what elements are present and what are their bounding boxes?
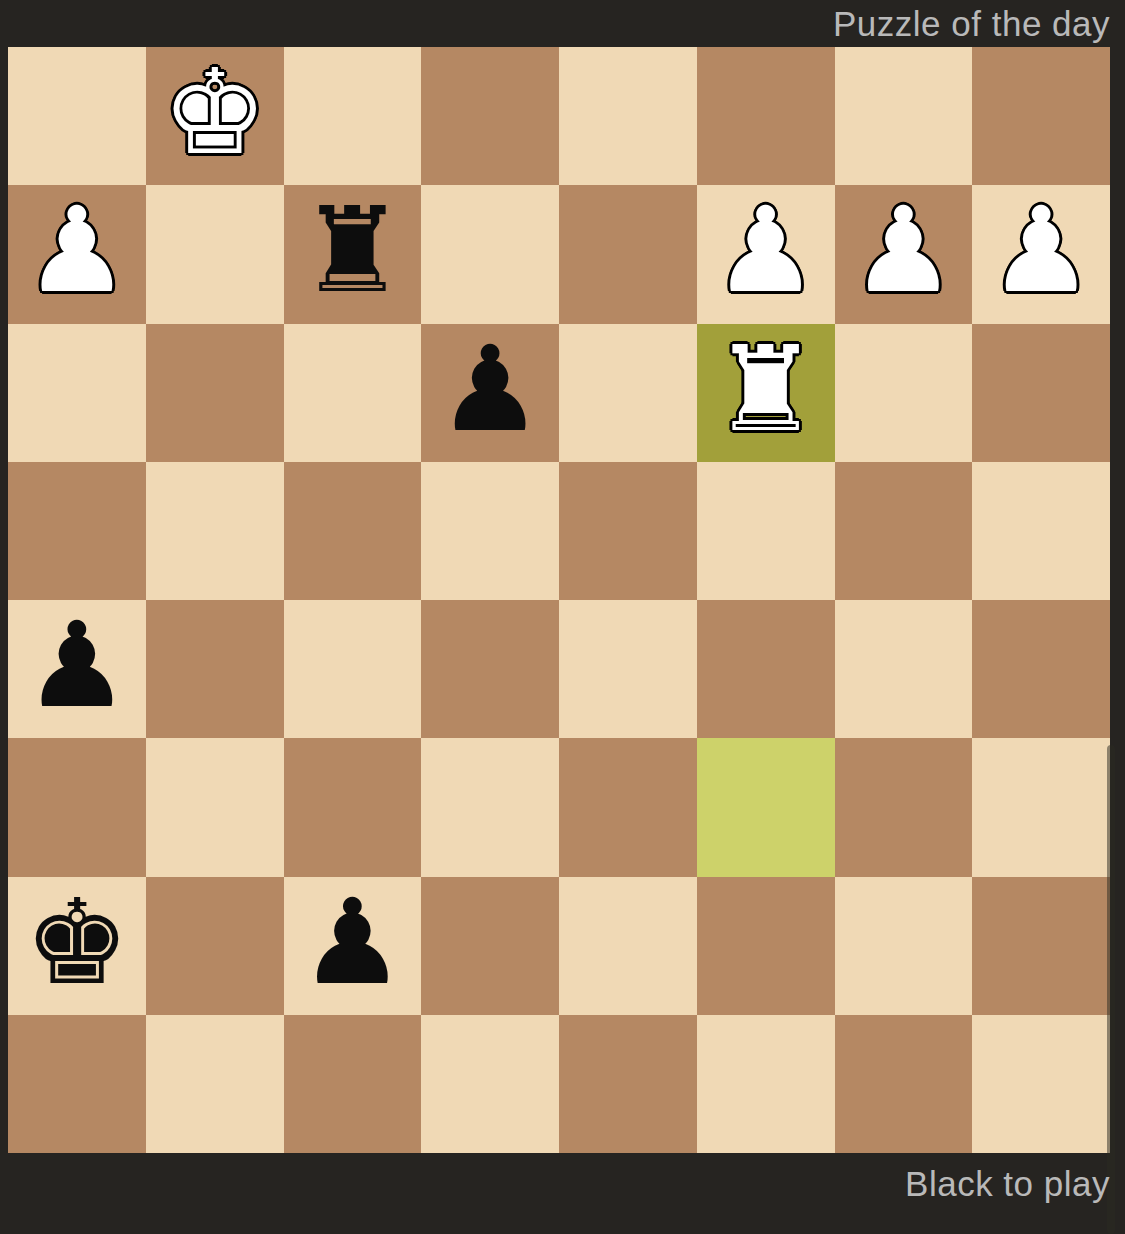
square-a7[interactable]	[972, 877, 1110, 1015]
piece-white-pawn-b2[interactable]: ♟	[850, 191, 956, 309]
piece-white-pawn-a2[interactable]: ♟	[988, 191, 1094, 309]
square-c5[interactable]	[697, 600, 835, 738]
piece-black-pawn-f7[interactable]: ♟	[299, 883, 405, 1001]
square-a5[interactable]	[972, 600, 1110, 738]
square-b5[interactable]	[835, 600, 973, 738]
square-d5[interactable]	[559, 600, 697, 738]
square-e2[interactable]	[421, 185, 559, 323]
piece-white-king-g1[interactable]: ♚	[162, 53, 268, 171]
status-bar: Black to play	[0, 1155, 1110, 1213]
square-d1[interactable]	[559, 47, 697, 185]
square-e5[interactable]	[421, 600, 559, 738]
square-d6[interactable]	[559, 738, 697, 876]
square-e6[interactable]	[421, 738, 559, 876]
square-g5[interactable]	[146, 600, 284, 738]
square-f7[interactable]: ♟	[284, 877, 422, 1015]
square-f1[interactable]	[284, 47, 422, 185]
square-d8[interactable]	[559, 1015, 697, 1153]
square-g3[interactable]	[146, 324, 284, 462]
square-d7[interactable]	[559, 877, 697, 1015]
piece-white-pawn-h2[interactable]: ♟	[24, 191, 130, 309]
square-a8[interactable]	[972, 1015, 1110, 1153]
square-f2[interactable]: ♜	[284, 185, 422, 323]
square-a1[interactable]	[972, 47, 1110, 185]
square-b2[interactable]: ♟	[835, 185, 973, 323]
square-c1[interactable]	[697, 47, 835, 185]
square-a4[interactable]	[972, 462, 1110, 600]
square-b3[interactable]	[835, 324, 973, 462]
square-h5[interactable]: ♟	[8, 600, 146, 738]
square-f5[interactable]	[284, 600, 422, 738]
square-g8[interactable]	[146, 1015, 284, 1153]
square-f4[interactable]	[284, 462, 422, 600]
puzzle-title: Puzzle of the day	[833, 4, 1110, 44]
piece-black-pawn-e3[interactable]: ♟	[437, 330, 543, 448]
square-e8[interactable]	[421, 1015, 559, 1153]
square-h6[interactable]	[8, 738, 146, 876]
piece-black-rook-f2[interactable]: ♜	[299, 191, 405, 309]
square-e1[interactable]	[421, 47, 559, 185]
piece-black-pawn-h5[interactable]: ♟	[24, 606, 130, 724]
square-c8[interactable]	[697, 1015, 835, 1153]
square-b4[interactable]	[835, 462, 973, 600]
square-c2[interactable]: ♟	[697, 185, 835, 323]
square-h8[interactable]	[8, 1015, 146, 1153]
square-e7[interactable]	[421, 877, 559, 1015]
puzzle-header: Puzzle of the day	[0, 0, 1110, 47]
square-b6[interactable]	[835, 738, 973, 876]
piece-black-king-h7[interactable]: ♚	[24, 883, 130, 1001]
square-a3[interactable]	[972, 324, 1110, 462]
square-e4[interactable]	[421, 462, 559, 600]
square-g6[interactable]	[146, 738, 284, 876]
square-g1[interactable]: ♚	[146, 47, 284, 185]
square-h4[interactable]	[8, 462, 146, 600]
square-g2[interactable]	[146, 185, 284, 323]
square-g4[interactable]	[146, 462, 284, 600]
square-h3[interactable]	[8, 324, 146, 462]
square-f6[interactable]	[284, 738, 422, 876]
square-b8[interactable]	[835, 1015, 973, 1153]
square-f8[interactable]	[284, 1015, 422, 1153]
square-b1[interactable]	[835, 47, 973, 185]
chess-board[interactable]: ♚♟♜♟♟♟♟♜♟♚♟	[8, 47, 1110, 1153]
square-c7[interactable]	[697, 877, 835, 1015]
square-c4[interactable]	[697, 462, 835, 600]
square-f3[interactable]	[284, 324, 422, 462]
square-g7[interactable]	[146, 877, 284, 1015]
square-d4[interactable]	[559, 462, 697, 600]
square-d3[interactable]	[559, 324, 697, 462]
side-to-move-label: Black to play	[905, 1164, 1110, 1204]
square-e3[interactable]: ♟	[421, 324, 559, 462]
square-a2[interactable]: ♟	[972, 185, 1110, 323]
square-c6[interactable]	[697, 738, 835, 876]
square-c3[interactable]: ♜	[697, 324, 835, 462]
square-d2[interactable]	[559, 185, 697, 323]
square-h2[interactable]: ♟	[8, 185, 146, 323]
square-a6[interactable]	[972, 738, 1110, 876]
piece-white-rook-c3[interactable]: ♜	[713, 330, 819, 448]
square-h7[interactable]: ♚	[8, 877, 146, 1015]
piece-white-pawn-c2[interactable]: ♟	[713, 191, 819, 309]
square-h1[interactable]	[8, 47, 146, 185]
square-b7[interactable]	[835, 877, 973, 1015]
